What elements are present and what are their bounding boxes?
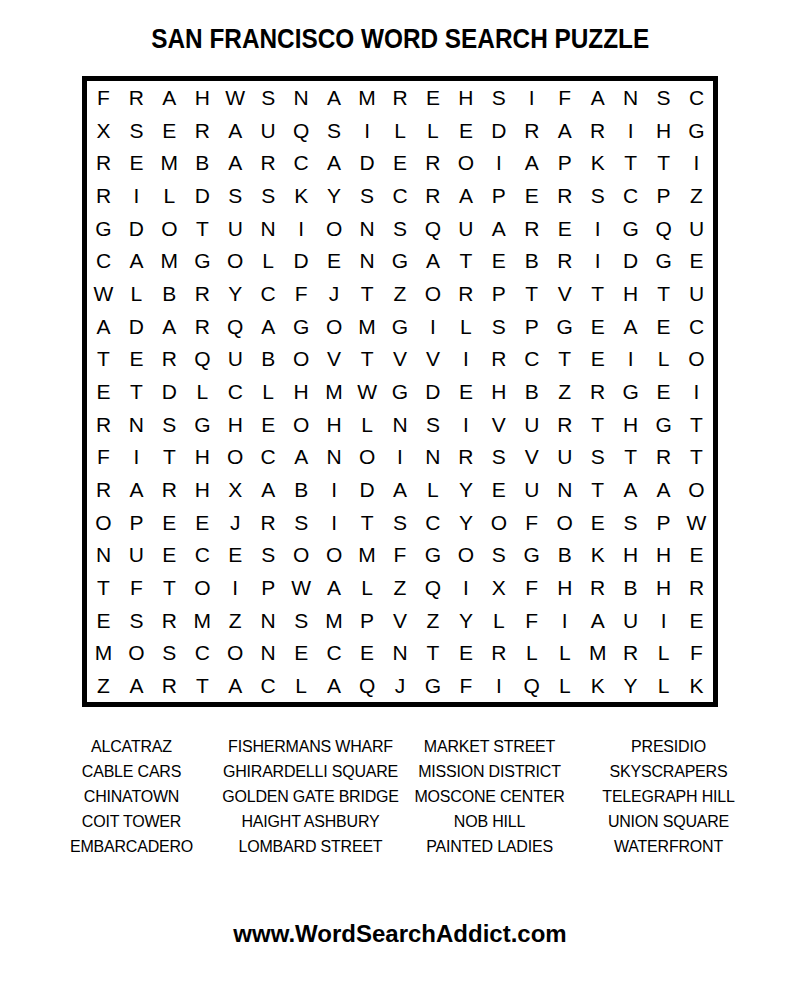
grid-cell-r10c11: D xyxy=(416,375,449,408)
grid-cell-r6c19: E xyxy=(680,244,713,277)
grid-cell-r18c17: R xyxy=(614,637,647,670)
grid-cell-r3c11: R xyxy=(416,146,449,179)
grid-cell-r9c17: I xyxy=(614,342,647,375)
grid-cell-r10c16: R xyxy=(581,375,614,408)
grid-cell-r10c12: E xyxy=(449,375,482,408)
word-item: HAIGHT ASHBURY xyxy=(221,809,400,834)
grid-cell-r18c1: M xyxy=(87,637,120,670)
grid-cell-r19c11: G xyxy=(416,669,449,702)
grid-cell-r8c15: G xyxy=(548,310,581,343)
word-item: TELEGRAPH HILL xyxy=(579,784,758,809)
grid-cell-r6c3: M xyxy=(153,244,186,277)
grid-cell-r11c6: E xyxy=(252,408,285,441)
grid-cell-r9c14: C xyxy=(515,342,548,375)
grid-cell-r9c6: B xyxy=(252,342,285,375)
grid-cell-r16c17: B xyxy=(614,571,647,604)
grid-cell-r11c17: H xyxy=(614,408,647,441)
grid-cell-r13c8: I xyxy=(318,473,351,506)
grid-cell-r8c16: E xyxy=(581,310,614,343)
grid-cell-r13c9: D xyxy=(351,473,384,506)
word-list-column-1: ALCATRAZCABLE CARSCHINATOWNCOIT TOWEREMB… xyxy=(42,734,221,859)
grid-cell-r6c7: D xyxy=(285,244,318,277)
grid-cell-r19c7: L xyxy=(285,669,318,702)
grid-cell-r2c10: L xyxy=(384,114,417,147)
grid-cell-r14c13: O xyxy=(482,506,515,539)
grid-cell-r17c9: P xyxy=(351,604,384,637)
grid-cell-r6c15: R xyxy=(548,244,581,277)
grid-cell-r11c1: R xyxy=(87,408,120,441)
grid-cell-r2c11: L xyxy=(416,114,449,147)
grid-cell-r6c6: L xyxy=(252,244,285,277)
grid-cell-r5c9: N xyxy=(351,212,384,245)
grid-cell-r10c6: L xyxy=(252,375,285,408)
grid-cell-r18c8: C xyxy=(318,637,351,670)
grid-cell-r16c9: L xyxy=(351,571,384,604)
grid-cell-r16c18: H xyxy=(647,571,680,604)
grid-cell-r12c19: T xyxy=(680,441,713,474)
grid-cell-r11c12: I xyxy=(449,408,482,441)
grid-cell-r19c17: Y xyxy=(614,669,647,702)
grid-cell-r3c5: A xyxy=(219,146,252,179)
grid-cell-r17c11: Z xyxy=(416,604,449,637)
grid-cell-r9c4: Q xyxy=(186,342,219,375)
grid-cell-r8c4: R xyxy=(186,310,219,343)
grid-cell-r4c19: Z xyxy=(680,179,713,212)
grid-cell-r5c10: S xyxy=(384,212,417,245)
grid-cell-r7c16: T xyxy=(581,277,614,310)
grid-cell-r16c10: Z xyxy=(384,571,417,604)
grid-cell-r4c14: E xyxy=(515,179,548,212)
word-list: ALCATRAZCABLE CARSCHINATOWNCOIT TOWEREMB… xyxy=(42,734,758,859)
grid-cell-r12c9: O xyxy=(351,441,384,474)
grid-cell-r10c5: C xyxy=(219,375,252,408)
grid-cell-r1c12: H xyxy=(449,81,482,114)
grid-cell-r7c15: V xyxy=(548,277,581,310)
grid-cell-r5c8: O xyxy=(318,212,351,245)
grid-cell-r2c16: R xyxy=(581,114,614,147)
grid-cell-r6c2: A xyxy=(120,244,153,277)
grid-cell-r14c4: E xyxy=(186,506,219,539)
grid-cell-r14c8: I xyxy=(318,506,351,539)
grid-cell-r15c13: S xyxy=(482,539,515,572)
grid-cell-r19c16: K xyxy=(581,669,614,702)
grid-cell-r8c11: I xyxy=(416,310,449,343)
grid-cell-r14c18: P xyxy=(647,506,680,539)
grid-cell-r1c9: M xyxy=(351,81,384,114)
grid-cell-r17c14: F xyxy=(515,604,548,637)
grid-cell-r13c18: A xyxy=(647,473,680,506)
grid-cell-r8c18: E xyxy=(647,310,680,343)
grid-cell-r14c19: W xyxy=(680,506,713,539)
grid-cell-r15c8: O xyxy=(318,539,351,572)
grid-cell-r14c1: O xyxy=(87,506,120,539)
grid-cell-r7c3: B xyxy=(153,277,186,310)
grid-cell-r14c14: F xyxy=(515,506,548,539)
grid-cell-r17c8: M xyxy=(318,604,351,637)
grid-cell-r11c11: S xyxy=(416,408,449,441)
grid-cell-r5c14: R xyxy=(515,212,548,245)
grid-cell-r19c18: L xyxy=(647,669,680,702)
grid-cell-r2c7: Q xyxy=(285,114,318,147)
grid-cell-r2c13: D xyxy=(482,114,515,147)
grid-cell-r2c12: E xyxy=(449,114,482,147)
grid-cell-r13c19: O xyxy=(680,473,713,506)
grid-cell-r14c9: T xyxy=(351,506,384,539)
grid-cell-r5c3: O xyxy=(153,212,186,245)
grid-cell-r15c18: H xyxy=(647,539,680,572)
grid-cell-r7c1: W xyxy=(87,277,120,310)
grid-cell-r6c5: O xyxy=(219,244,252,277)
grid-cell-r18c16: M xyxy=(581,637,614,670)
grid-cell-r15c5: E xyxy=(219,539,252,572)
grid-cell-r4c6: S xyxy=(252,179,285,212)
grid-cell-r6c17: D xyxy=(614,244,647,277)
word-item: GHIRARDELLI SQUARE xyxy=(221,759,400,784)
grid-cell-r17c10: V xyxy=(384,604,417,637)
grid-cell-r15c7: O xyxy=(285,539,318,572)
grid-cell-r10c14: B xyxy=(515,375,548,408)
grid-cell-r16c5: I xyxy=(219,571,252,604)
grid-cell-r3c2: E xyxy=(120,146,153,179)
grid-cell-r19c15: L xyxy=(548,669,581,702)
grid-cell-r14c16: E xyxy=(581,506,614,539)
grid-cell-r2c15: A xyxy=(548,114,581,147)
grid-cell-r10c13: H xyxy=(482,375,515,408)
grid-cell-r3c18: T xyxy=(647,146,680,179)
grid-cell-r17c12: Y xyxy=(449,604,482,637)
grid-cell-r4c13: P xyxy=(482,179,515,212)
word-item: COIT TOWER xyxy=(42,809,221,834)
word-item: GOLDEN GATE BRIDGE xyxy=(221,784,400,809)
grid-cell-r1c19: C xyxy=(680,81,713,114)
grid-cell-r14c5: J xyxy=(219,506,252,539)
grid-cell-r7c7: F xyxy=(285,277,318,310)
grid-cell-r1c18: S xyxy=(647,81,680,114)
grid-cell-r2c3: E xyxy=(153,114,186,147)
grid-cell-r19c8: A xyxy=(318,669,351,702)
grid-cell-r9c15: T xyxy=(548,342,581,375)
grid-cell-r17c3: R xyxy=(153,604,186,637)
grid-cell-r16c6: P xyxy=(252,571,285,604)
grid-cell-r12c3: T xyxy=(153,441,186,474)
grid-cell-r12c10: I xyxy=(384,441,417,474)
grid-cell-r19c12: F xyxy=(449,669,482,702)
grid-cell-r19c10: J xyxy=(384,669,417,702)
grid-cell-r3c1: R xyxy=(87,146,120,179)
grid-cell-r16c15: H xyxy=(548,571,581,604)
grid-cell-r8c14: P xyxy=(515,310,548,343)
grid-cell-r18c6: N xyxy=(252,637,285,670)
grid-cell-r5c5: U xyxy=(219,212,252,245)
grid-cell-r7c2: L xyxy=(120,277,153,310)
word-search-grid: FRAHWSNAMREHSIFANSCXSERAUQSILLEDRARIHGRE… xyxy=(82,76,718,707)
grid-cell-r14c11: C xyxy=(416,506,449,539)
grid-cell-r4c7: K xyxy=(285,179,318,212)
grid-cell-r5c13: A xyxy=(482,212,515,245)
grid-cell-r3c15: P xyxy=(548,146,581,179)
grid-cell-r1c11: E xyxy=(416,81,449,114)
word-item: FISHERMANS WHARF xyxy=(221,734,400,759)
grid-cell-r17c17: U xyxy=(614,604,647,637)
grid-cell-r16c14: F xyxy=(515,571,548,604)
grid-cell-r9c13: R xyxy=(482,342,515,375)
word-item: MOSCONE CENTER xyxy=(400,784,579,809)
grid-cell-r17c4: M xyxy=(186,604,219,637)
grid-cell-r9c11: V xyxy=(416,342,449,375)
grid-cell-r1c7: N xyxy=(285,81,318,114)
grid-cell-r14c15: O xyxy=(548,506,581,539)
grid-cell-r13c6: A xyxy=(252,473,285,506)
grid-cell-r12c16: S xyxy=(581,441,614,474)
grid-cell-r2c2: S xyxy=(120,114,153,147)
word-item: WATERFRONT xyxy=(579,834,758,859)
grid-cell-r10c7: H xyxy=(285,375,318,408)
grid-cell-r19c2: A xyxy=(120,669,153,702)
grid-cell-r6c12: T xyxy=(449,244,482,277)
grid-cell-r4c12: A xyxy=(449,179,482,212)
grid-cell-r13c10: A xyxy=(384,473,417,506)
grid-cell-r17c5: Z xyxy=(219,604,252,637)
grid-cell-r2c9: I xyxy=(351,114,384,147)
grid-cell-r16c19: R xyxy=(680,571,713,604)
grid-cell-r3c4: B xyxy=(186,146,219,179)
grid-cell-r7c8: J xyxy=(318,277,351,310)
grid-cell-r13c16: T xyxy=(581,473,614,506)
grid-cell-r19c13: I xyxy=(482,669,515,702)
grid-cell-r10c15: Z xyxy=(548,375,581,408)
grid-cell-r7c12: R xyxy=(449,277,482,310)
grid-cell-r18c9: E xyxy=(351,637,384,670)
grid-cell-r10c4: L xyxy=(186,375,219,408)
word-list-column-2: FISHERMANS WHARFGHIRARDELLI SQUAREGOLDEN… xyxy=(221,734,400,859)
word-item: NOB HILL xyxy=(400,809,579,834)
grid-cell-r15c10: F xyxy=(384,539,417,572)
grid-cell-r9c16: E xyxy=(581,342,614,375)
grid-cell-r4c2: I xyxy=(120,179,153,212)
grid-cell-r3c7: C xyxy=(285,146,318,179)
grid-cell-r9c7: O xyxy=(285,342,318,375)
grid-cell-r14c7: S xyxy=(285,506,318,539)
grid-cell-r10c2: T xyxy=(120,375,153,408)
grid-cell-r6c11: A xyxy=(416,244,449,277)
grid-cell-r15c11: G xyxy=(416,539,449,572)
word-item: MISSION DISTRICT xyxy=(400,759,579,784)
page-title-text: SAN FRANCISCO WORD SEARCH PUZZLE xyxy=(151,22,649,56)
grid-cell-r5c17: G xyxy=(614,212,647,245)
grid-cell-r16c3: T xyxy=(153,571,186,604)
grid-cell-r16c11: Q xyxy=(416,571,449,604)
grid-cell-r8c3: A xyxy=(153,310,186,343)
grid-cell-r11c4: G xyxy=(186,408,219,441)
grid-cell-r17c19: E xyxy=(680,604,713,637)
grid-cell-r1c1: F xyxy=(87,81,120,114)
word-item: ALCATRAZ xyxy=(42,734,221,759)
grid-cell-r9c8: V xyxy=(318,342,351,375)
grid-cell-r8c6: A xyxy=(252,310,285,343)
grid-cell-r5c12: U xyxy=(449,212,482,245)
grid-cell-r14c10: S xyxy=(384,506,417,539)
grid-cell-r18c18: L xyxy=(647,637,680,670)
grid-cell-r17c16: A xyxy=(581,604,614,637)
grid-cell-r4c15: R xyxy=(548,179,581,212)
grid-cell-r3c3: M xyxy=(153,146,186,179)
grid-cell-r17c13: L xyxy=(482,604,515,637)
grid-cell-r3c8: A xyxy=(318,146,351,179)
word-item: LOMBARD STREET xyxy=(221,834,400,859)
word-item: CABLE CARS xyxy=(42,759,221,784)
grid-cell-r12c8: N xyxy=(318,441,351,474)
grid-cell-r9c2: E xyxy=(120,342,153,375)
grid-cell-r18c15: L xyxy=(548,637,581,670)
grid-cell-r17c1: E xyxy=(87,604,120,637)
grid-cell-r15c2: U xyxy=(120,539,153,572)
grid-cell-r1c16: A xyxy=(581,81,614,114)
grid-cell-r9c3: R xyxy=(153,342,186,375)
grid-cell-r10c1: E xyxy=(87,375,120,408)
word-item: PRESIDIO xyxy=(579,734,758,759)
grid-cell-r11c13: V xyxy=(482,408,515,441)
grid-cell-r15c4: C xyxy=(186,539,219,572)
grid-cell-r19c4: T xyxy=(186,669,219,702)
grid-cell-r1c17: N xyxy=(614,81,647,114)
grid-cell-r11c3: S xyxy=(153,408,186,441)
grid-cell-r1c10: R xyxy=(384,81,417,114)
word-item: SKYSCRAPERS xyxy=(579,759,758,784)
grid-cell-r8c10: G xyxy=(384,310,417,343)
grid-cell-r13c12: Y xyxy=(449,473,482,506)
grid-cell-r8c19: C xyxy=(680,310,713,343)
grid-cell-r15c3: E xyxy=(153,539,186,572)
grid-cell-r2c17: I xyxy=(614,114,647,147)
word-item: MARKET STREET xyxy=(400,734,579,759)
grid-cell-r11c10: N xyxy=(384,408,417,441)
grid-cell-r18c7: E xyxy=(285,637,318,670)
grid-cell-r7c4: R xyxy=(186,277,219,310)
grid-cell-r3c12: O xyxy=(449,146,482,179)
grid-cell-r8c2: D xyxy=(120,310,153,343)
grid-cell-r1c2: R xyxy=(120,81,153,114)
grid-cell-r11c18: G xyxy=(647,408,680,441)
grid-cell-r17c2: S xyxy=(120,604,153,637)
grid-cell-r7c9: T xyxy=(351,277,384,310)
grid-cell-r12c11: N xyxy=(416,441,449,474)
grid-cell-r1c15: F xyxy=(548,81,581,114)
grid-cell-r16c16: R xyxy=(581,571,614,604)
grid-cell-r13c13: E xyxy=(482,473,515,506)
grid-cell-r10c8: M xyxy=(318,375,351,408)
grid-cell-r18c12: E xyxy=(449,637,482,670)
grid-cell-r3c17: T xyxy=(614,146,647,179)
grid-cell-r16c2: F xyxy=(120,571,153,604)
grid-cell-r15c19: E xyxy=(680,539,713,572)
grid-cell-r7c13: P xyxy=(482,277,515,310)
grid-cell-r13c15: N xyxy=(548,473,581,506)
grid-cell-r12c18: R xyxy=(647,441,680,474)
grid-cell-r16c13: X xyxy=(482,571,515,604)
grid-cell-r5c6: N xyxy=(252,212,285,245)
grid-cell-r11c2: N xyxy=(120,408,153,441)
grid-cell-r2c1: X xyxy=(87,114,120,147)
grid-cell-r1c14: I xyxy=(515,81,548,114)
grid-cell-r13c1: R xyxy=(87,473,120,506)
grid-cell-r13c7: B xyxy=(285,473,318,506)
grid-cell-r14c2: P xyxy=(120,506,153,539)
grid-cell-r18c19: F xyxy=(680,637,713,670)
grid-cell-r3c16: K xyxy=(581,146,614,179)
grid-cell-r13c2: A xyxy=(120,473,153,506)
grid-cell-r2c18: H xyxy=(647,114,680,147)
grid-cell-r19c3: R xyxy=(153,669,186,702)
grid-cell-r10c3: D xyxy=(153,375,186,408)
grid-cell-r13c3: R xyxy=(153,473,186,506)
grid-cell-r9c19: O xyxy=(680,342,713,375)
grid-cell-r11c15: R xyxy=(548,408,581,441)
grid-cell-r18c4: C xyxy=(186,637,219,670)
grid-cell-r16c7: W xyxy=(285,571,318,604)
grid-cell-r2c14: R xyxy=(515,114,548,147)
grid-cell-r12c7: A xyxy=(285,441,318,474)
grid-cell-r16c8: A xyxy=(318,571,351,604)
grid-cell-r1c8: A xyxy=(318,81,351,114)
grid-cell-r6c9: N xyxy=(351,244,384,277)
grid-cell-r15c17: H xyxy=(614,539,647,572)
grid-cell-r12c15: U xyxy=(548,441,581,474)
grid-cell-r3c13: I xyxy=(482,146,515,179)
grid-cell-r5c4: T xyxy=(186,212,219,245)
grid-cell-r4c18: P xyxy=(647,179,680,212)
grid-cell-r5c7: I xyxy=(285,212,318,245)
grid-cell-r15c15: B xyxy=(548,539,581,572)
grid-cell-r11c14: U xyxy=(515,408,548,441)
grid-cell-r19c14: Q xyxy=(515,669,548,702)
footer-url: www.WordSearchAddict.com xyxy=(0,919,800,949)
grid-cell-r4c1: R xyxy=(87,179,120,212)
grid-cell-r18c14: L xyxy=(515,637,548,670)
grid-cell-r1c4: H xyxy=(186,81,219,114)
grid-cell-r11c16: T xyxy=(581,408,614,441)
grid-cell-r2c8: S xyxy=(318,114,351,147)
grid-cell-r7c14: T xyxy=(515,277,548,310)
grid-cell-r15c1: N xyxy=(87,539,120,572)
grid-cell-r8c12: L xyxy=(449,310,482,343)
word-list-column-3: MARKET STREETMISSION DISTRICTMOSCONE CEN… xyxy=(400,734,579,859)
grid-cell-r18c13: R xyxy=(482,637,515,670)
grid-cell-r7c6: C xyxy=(252,277,285,310)
grid-cell-r4c8: Y xyxy=(318,179,351,212)
grid-cell-r12c17: T xyxy=(614,441,647,474)
word-item: PAINTED LADIES xyxy=(400,834,579,859)
word-item: CHINATOWN xyxy=(42,784,221,809)
grid-cell-r2c4: R xyxy=(186,114,219,147)
grid-cell-r14c12: Y xyxy=(449,506,482,539)
grid-cell-r15c9: M xyxy=(351,539,384,572)
grid-cell-r11c9: L xyxy=(351,408,384,441)
grid-cell-r5c15: E xyxy=(548,212,581,245)
grid-cell-r7c18: T xyxy=(647,277,680,310)
grid-cell-r14c6: R xyxy=(252,506,285,539)
grid-cell-r6c18: G xyxy=(647,244,680,277)
grid-cell-r4c17: C xyxy=(614,179,647,212)
grid-cell-r15c14: G xyxy=(515,539,548,572)
grid-cell-r19c1: Z xyxy=(87,669,120,702)
grid-cell-r19c6: C xyxy=(252,669,285,702)
grid-cell-r9c18: L xyxy=(647,342,680,375)
word-list-column-4: PRESIDIOSKYSCRAPERSTELEGRAPH HILLUNION S… xyxy=(579,734,758,859)
grid-cell-r8c9: M xyxy=(351,310,384,343)
grid-cell-r8c5: Q xyxy=(219,310,252,343)
grid-cell-r12c5: O xyxy=(219,441,252,474)
grid-cell-r5c16: I xyxy=(581,212,614,245)
